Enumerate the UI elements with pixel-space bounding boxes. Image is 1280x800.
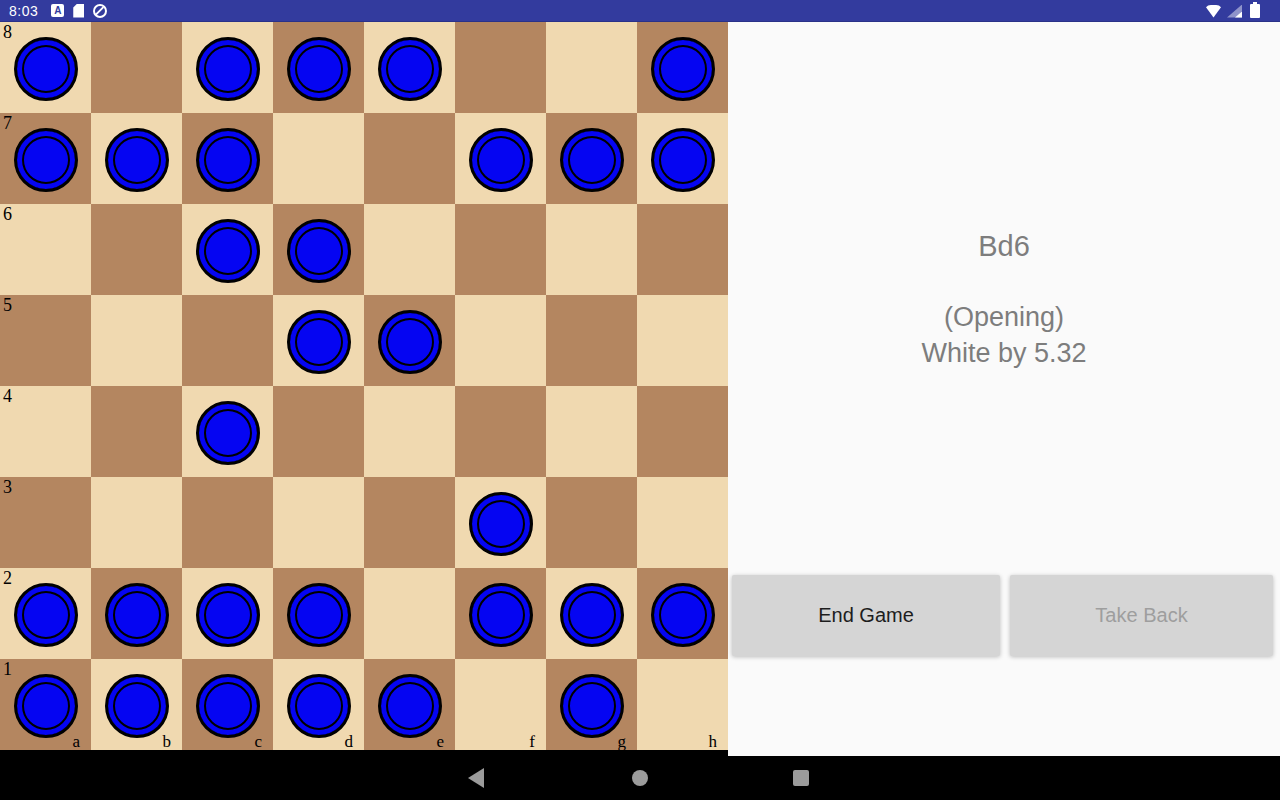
square-c4[interactable] <box>182 386 273 477</box>
file-label-d: d <box>345 732 354 752</box>
square-b5[interactable] <box>91 295 182 386</box>
piece-c1[interactable] <box>196 674 260 738</box>
piece-g1[interactable] <box>560 674 624 738</box>
piece-c2[interactable] <box>196 583 260 647</box>
square-f3[interactable] <box>455 477 546 568</box>
square-g7[interactable] <box>546 113 637 204</box>
square-b2[interactable] <box>91 568 182 659</box>
square-e6[interactable] <box>364 204 455 295</box>
square-a5[interactable]: 5 <box>0 295 91 386</box>
rank-label-8: 8 <box>3 22 12 42</box>
piece-e5[interactable] <box>378 310 442 374</box>
square-e8[interactable] <box>364 22 455 113</box>
square-g4[interactable] <box>546 386 637 477</box>
square-d3[interactable] <box>273 477 364 568</box>
square-c1[interactable]: c <box>182 659 273 750</box>
recents-icon[interactable] <box>793 770 809 786</box>
take-back-button[interactable]: Take Back <box>1010 575 1273 656</box>
piece-h8[interactable] <box>651 37 715 101</box>
square-f8[interactable] <box>455 22 546 113</box>
evaluation-block: (Opening) White by 5.32 <box>728 299 1280 371</box>
square-f5[interactable] <box>455 295 546 386</box>
file-label-g: g <box>618 732 627 752</box>
square-c3[interactable] <box>182 477 273 568</box>
phase-label: (Opening) <box>728 299 1280 335</box>
rank-label-1: 1 <box>3 659 12 679</box>
square-h3[interactable] <box>637 477 728 568</box>
main-content: 87654321abcdefgh Bd6 (Opening) White by … <box>0 22 1280 756</box>
square-h1[interactable]: h <box>637 659 728 750</box>
square-a2[interactable]: 2 <box>0 568 91 659</box>
square-g5[interactable] <box>546 295 637 386</box>
piece-a2[interactable] <box>14 583 78 647</box>
file-label-f: f <box>529 732 535 752</box>
rank-label-3: 3 <box>3 477 12 497</box>
battery-icon <box>1250 4 1260 18</box>
piece-a7[interactable] <box>14 128 78 192</box>
piece-f2[interactable] <box>469 583 533 647</box>
rank-label-2: 2 <box>3 568 12 588</box>
square-d2[interactable] <box>273 568 364 659</box>
piece-f7[interactable] <box>469 128 533 192</box>
piece-f3[interactable] <box>469 492 533 556</box>
android-nav-bar <box>0 756 1280 800</box>
file-label-a: a <box>72 732 80 752</box>
square-f2[interactable] <box>455 568 546 659</box>
rank-label-6: 6 <box>3 204 12 224</box>
square-h7[interactable] <box>637 113 728 204</box>
square-c6[interactable] <box>182 204 273 295</box>
piece-c7[interactable] <box>196 128 260 192</box>
square-f7[interactable] <box>455 113 546 204</box>
square-d7[interactable] <box>273 113 364 204</box>
square-a1[interactable]: 1a <box>0 659 91 750</box>
square-d6[interactable] <box>273 204 364 295</box>
square-g1[interactable]: g <box>546 659 637 750</box>
square-f4[interactable] <box>455 386 546 477</box>
piece-h7[interactable] <box>651 128 715 192</box>
square-d1[interactable]: d <box>273 659 364 750</box>
rank-label-5: 5 <box>3 295 12 315</box>
status-bar: 8:03 A <box>0 0 1280 22</box>
file-label-b: b <box>163 732 172 752</box>
rank-label-7: 7 <box>3 113 12 133</box>
piece-b2[interactable] <box>105 583 169 647</box>
file-label-h: h <box>709 732 718 752</box>
piece-g2[interactable] <box>560 583 624 647</box>
piece-a8[interactable] <box>14 37 78 101</box>
piece-d1[interactable] <box>287 674 351 738</box>
square-h4[interactable] <box>637 386 728 477</box>
info-panel: Bd6 (Opening) White by 5.32 End Game Tak… <box>728 22 1280 756</box>
square-d8[interactable] <box>273 22 364 113</box>
square-g3[interactable] <box>546 477 637 568</box>
file-label-c: c <box>254 732 262 752</box>
square-e1[interactable]: e <box>364 659 455 750</box>
home-icon[interactable] <box>632 770 648 786</box>
square-c8[interactable] <box>182 22 273 113</box>
square-b3[interactable] <box>91 477 182 568</box>
square-a8[interactable]: 8 <box>0 22 91 113</box>
square-a7[interactable]: 7 <box>0 113 91 204</box>
sim-card-icon <box>73 4 84 18</box>
square-h8[interactable] <box>637 22 728 113</box>
evaluation-label: White by 5.32 <box>728 335 1280 371</box>
piece-d8[interactable] <box>287 37 351 101</box>
chess-board[interactable]: 87654321abcdefgh <box>0 22 728 750</box>
piece-e1[interactable] <box>378 674 442 738</box>
piece-c4[interactable] <box>196 401 260 465</box>
piece-e8[interactable] <box>378 37 442 101</box>
square-h2[interactable] <box>637 568 728 659</box>
app-a-icon: A <box>51 4 64 17</box>
square-d4[interactable] <box>273 386 364 477</box>
square-e5[interactable] <box>364 295 455 386</box>
square-f1[interactable]: f <box>455 659 546 750</box>
square-e3[interactable] <box>364 477 455 568</box>
square-h5[interactable] <box>637 295 728 386</box>
square-b1[interactable]: b <box>91 659 182 750</box>
piece-d5[interactable] <box>287 310 351 374</box>
last-move-label: Bd6 <box>728 230 1280 263</box>
wifi-icon <box>1206 5 1221 18</box>
square-e7[interactable] <box>364 113 455 204</box>
piece-d6[interactable] <box>287 219 351 283</box>
square-g2[interactable] <box>546 568 637 659</box>
square-e2[interactable] <box>364 568 455 659</box>
signal-icon <box>1227 5 1242 18</box>
square-g8[interactable] <box>546 22 637 113</box>
piece-h2[interactable] <box>651 583 715 647</box>
square-b8[interactable] <box>91 22 182 113</box>
piece-d2[interactable] <box>287 583 351 647</box>
piece-a1[interactable] <box>14 674 78 738</box>
rank-label-4: 4 <box>3 386 12 406</box>
square-g6[interactable] <box>546 204 637 295</box>
square-a6[interactable]: 6 <box>0 204 91 295</box>
square-a4[interactable]: 4 <box>0 386 91 477</box>
end-game-button[interactable]: End Game <box>732 575 1000 656</box>
square-f6[interactable] <box>455 204 546 295</box>
square-b7[interactable] <box>91 113 182 204</box>
back-icon[interactable] <box>468 768 484 788</box>
square-e4[interactable] <box>364 386 455 477</box>
square-a3[interactable]: 3 <box>0 477 91 568</box>
square-d5[interactable] <box>273 295 364 386</box>
square-c5[interactable] <box>182 295 273 386</box>
piece-c8[interactable] <box>196 37 260 101</box>
no-sd-circle-icon <box>93 4 107 18</box>
file-label-e: e <box>436 732 444 752</box>
piece-g7[interactable] <box>560 128 624 192</box>
square-b4[interactable] <box>91 386 182 477</box>
piece-b1[interactable] <box>105 674 169 738</box>
piece-c6[interactable] <box>196 219 260 283</box>
square-h6[interactable] <box>637 204 728 295</box>
square-c2[interactable] <box>182 568 273 659</box>
square-b6[interactable] <box>91 204 182 295</box>
piece-b7[interactable] <box>105 128 169 192</box>
square-c7[interactable] <box>182 113 273 204</box>
board-area: 87654321abcdefgh <box>0 22 728 756</box>
clock: 8:03 <box>9 3 38 19</box>
